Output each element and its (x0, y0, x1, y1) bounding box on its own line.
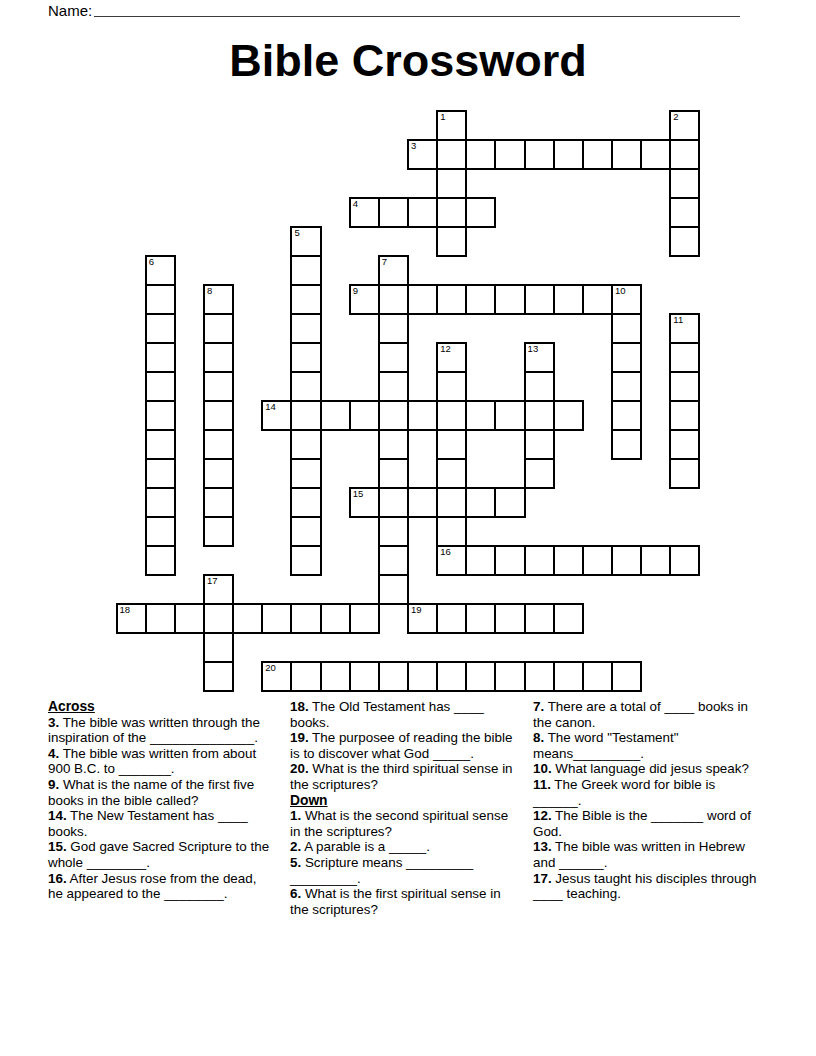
cell-r15c16[interactable] (582, 545, 613, 576)
cell-r15c11[interactable]: 16 (436, 545, 467, 576)
cell-r8c14[interactable]: 13 (524, 342, 555, 373)
cell-r8c17[interactable] (611, 342, 642, 373)
clue-column-1: Across3. The bible was written through t… (48, 699, 274, 902)
cell-r17c8[interactable] (349, 603, 380, 634)
cell-r12c14[interactable] (524, 458, 555, 489)
clue-number-10: 10 (615, 285, 626, 296)
cell-r13c6[interactable] (290, 487, 321, 518)
clue-11-down: 11. The Greek word for bible is ______. (533, 777, 767, 808)
cell-r10c10[interactable] (407, 400, 438, 431)
cell-r17c5[interactable] (261, 603, 292, 634)
cell-r13c9[interactable] (378, 487, 409, 518)
clue-number-9: 9 (353, 285, 358, 296)
cell-r12c11[interactable] (436, 458, 467, 489)
cell-r19c8[interactable] (349, 661, 380, 692)
clue-15-across: 15. God gave Sacred Scripture to the who… (48, 839, 274, 870)
cell-r3c10[interactable] (407, 197, 438, 228)
cell-r4c11[interactable] (436, 226, 467, 257)
cell-r1c13[interactable] (494, 139, 525, 170)
cell-r15c15[interactable] (553, 545, 584, 576)
cell-r17c7[interactable] (320, 603, 351, 634)
cell-r11c11[interactable] (436, 429, 467, 460)
cell-r6c9[interactable] (378, 284, 409, 315)
cell-r3c9[interactable] (378, 197, 409, 228)
cell-r11c9[interactable] (378, 429, 409, 460)
cell-r13c11[interactable] (436, 487, 467, 518)
cell-r17c3[interactable] (203, 603, 234, 634)
cell-r17c15[interactable] (553, 603, 584, 634)
clue-10-down: 10. What language did jesus speak? (533, 761, 767, 777)
cell-r9c11[interactable] (436, 371, 467, 402)
cell-r4c6[interactable]: 5 (290, 226, 321, 257)
cell-r10c7[interactable] (320, 400, 351, 431)
cell-r19c10[interactable] (407, 661, 438, 692)
across-header: Across (48, 699, 274, 715)
clue-14-across: 14. The New Testament has ____ books. (48, 808, 274, 839)
cell-r17c14[interactable] (524, 603, 555, 634)
cell-r0c11[interactable]: 1 (436, 110, 467, 141)
cell-r6c6[interactable] (290, 284, 321, 315)
cell-r12c3[interactable] (203, 458, 234, 489)
clue-number-7: 7 (382, 256, 387, 267)
cell-r19c16[interactable] (582, 661, 613, 692)
clue-number-13: 13 (528, 343, 539, 354)
cell-r19c3[interactable] (203, 661, 234, 692)
cell-r1c10[interactable]: 3 (407, 139, 438, 170)
cell-r10c8[interactable] (349, 400, 380, 431)
crossword-grid: 1234567891011121314151617181920 (0, 0, 816, 700)
clue-number-11: 11 (673, 314, 683, 325)
clue-number-2: 2 (673, 111, 678, 122)
cell-r7c19[interactable]: 11 (669, 313, 700, 344)
cell-r10c15[interactable] (553, 400, 584, 431)
cell-r6c14[interactable] (524, 284, 555, 315)
cell-r6c11[interactable] (436, 284, 467, 315)
cell-r10c14[interactable] (524, 400, 555, 431)
cell-r17c0[interactable]: 18 (116, 603, 147, 634)
clue-5-down: 5. Scripture means _________ _________. (290, 855, 516, 886)
cell-r1c14[interactable] (524, 139, 555, 170)
cell-r2c11[interactable] (436, 168, 467, 199)
clue-19-across: 19. The purposee of reading the bible is… (290, 730, 516, 761)
cell-r12c1[interactable] (145, 458, 176, 489)
clue-8-down: 8. The word "Testament" means_________. (533, 730, 767, 761)
cell-r17c2[interactable] (174, 603, 205, 634)
clue-1-down: 1. What is the second spiritual sense in… (290, 808, 516, 839)
cell-r8c6[interactable] (290, 342, 321, 373)
cell-r8c3[interactable] (203, 342, 234, 373)
cell-r15c18[interactable] (640, 545, 671, 576)
cell-r7c17[interactable] (611, 313, 642, 344)
cell-r17c1[interactable] (145, 603, 176, 634)
cell-r16c3[interactable]: 17 (203, 574, 234, 605)
cell-r12c9[interactable] (378, 458, 409, 489)
cell-r7c9[interactable] (378, 313, 409, 344)
cell-r7c3[interactable] (203, 313, 234, 344)
worksheet-page: Name: Bible Crossword 123456789101112131… (0, 0, 816, 1056)
cell-r10c13[interactable] (494, 400, 525, 431)
cell-r10c12[interactable] (465, 400, 496, 431)
cell-r19c6[interactable] (290, 661, 321, 692)
cell-r14c6[interactable] (290, 516, 321, 547)
cell-r13c8[interactable]: 15 (349, 487, 380, 518)
cell-r15c13[interactable] (494, 545, 525, 576)
cell-r19c13[interactable] (494, 661, 525, 692)
cell-r13c12[interactable] (465, 487, 496, 518)
cell-r14c3[interactable] (203, 516, 234, 547)
cell-r1c11[interactable] (436, 139, 467, 170)
cell-r10c6[interactable] (290, 400, 321, 431)
cell-r1c15[interactable] (553, 139, 584, 170)
down-header: Down (290, 793, 516, 809)
cell-r8c1[interactable] (145, 342, 176, 373)
cell-r6c12[interactable] (465, 284, 496, 315)
clue-9-across: 9. What is the name of the first five bo… (48, 777, 274, 808)
clue-17-down: 17. Jesus taught his disciples through _… (533, 871, 767, 902)
cell-r17c4[interactable] (232, 603, 263, 634)
cell-r6c8[interactable]: 9 (349, 284, 380, 315)
cell-r14c11[interactable] (436, 516, 467, 547)
cell-r9c1[interactable] (145, 371, 176, 402)
cell-r6c13[interactable] (494, 284, 525, 315)
cell-r15c19[interactable] (669, 545, 700, 576)
cell-r11c3[interactable] (203, 429, 234, 460)
cell-r10c5[interactable]: 14 (261, 400, 292, 431)
cell-r15c17[interactable] (611, 545, 642, 576)
cell-r14c9[interactable] (378, 516, 409, 547)
cell-r6c16[interactable] (582, 284, 613, 315)
cell-r2c19[interactable] (669, 168, 700, 199)
cell-r4c19[interactable] (669, 226, 700, 257)
cell-r15c1[interactable] (145, 545, 176, 576)
cell-r19c9[interactable] (378, 661, 409, 692)
cell-r10c3[interactable] (203, 400, 234, 431)
clue-number-19: 19 (411, 604, 422, 615)
cell-r19c14[interactable] (524, 661, 555, 692)
cell-r1c19[interactable] (669, 139, 700, 170)
cell-r17c6[interactable] (290, 603, 321, 634)
clue-2-down: 2. A parable is a _____. (290, 839, 516, 855)
clue-number-14: 14 (265, 401, 276, 412)
cell-r11c6[interactable] (290, 429, 321, 460)
clue-number-8: 8 (207, 285, 212, 296)
cell-r3c19[interactable] (669, 197, 700, 228)
cell-r11c14[interactable] (524, 429, 555, 460)
clue-number-15: 15 (353, 488, 364, 499)
cell-r3c8[interactable]: 4 (349, 197, 380, 228)
cell-r5c9[interactable]: 7 (378, 255, 409, 286)
cell-r18c3[interactable] (203, 632, 234, 663)
cell-r9c9[interactable] (378, 371, 409, 402)
cell-r9c3[interactable] (203, 371, 234, 402)
cell-r17c13[interactable] (494, 603, 525, 634)
clue-number-12: 12 (440, 343, 451, 354)
clue-number-1: 1 (440, 111, 445, 122)
clue-number-4: 4 (353, 198, 358, 209)
clue-20-across: 20. What is the third spiritual sense in… (290, 761, 516, 792)
cell-r13c10[interactable] (407, 487, 438, 518)
clue-18-across: 18. The Old Testament has ____ books. (290, 699, 516, 730)
cell-r19c7[interactable] (320, 661, 351, 692)
cell-r13c13[interactable] (494, 487, 525, 518)
cell-r16c9[interactable] (378, 574, 409, 605)
cell-r3c12[interactable] (465, 197, 496, 228)
clue-number-3: 3 (411, 140, 416, 151)
cell-r8c11[interactable]: 12 (436, 342, 467, 373)
cell-r11c17[interactable] (611, 429, 642, 460)
clue-column-3: 7. There are a total of ____ books in th… (533, 699, 767, 902)
cell-r17c10[interactable]: 19 (407, 603, 438, 634)
clue-number-5: 5 (294, 227, 299, 238)
clue-13-down: 13. The bible was written in Hebrew and … (533, 839, 767, 870)
cell-r6c10[interactable] (407, 284, 438, 315)
clue-number-18: 18 (120, 604, 131, 615)
cell-r15c12[interactable] (465, 545, 496, 576)
cell-r11c19[interactable] (669, 429, 700, 460)
clue-12-down: 12. The Bible is the _______ word of God… (533, 808, 767, 839)
cell-r6c1[interactable] (145, 284, 176, 315)
cell-r10c9[interactable] (378, 400, 409, 431)
clue-number-17: 17 (207, 575, 218, 586)
cell-r6c15[interactable] (553, 284, 584, 315)
cell-r1c17[interactable] (611, 139, 642, 170)
cell-r12c19[interactable] (669, 458, 700, 489)
cell-r5c6[interactable] (290, 255, 321, 286)
clue-3-across: 3. The bible was written through the ins… (48, 715, 274, 746)
cell-r1c12[interactable] (465, 139, 496, 170)
cell-r7c1[interactable] (145, 313, 176, 344)
clue-4-across: 4. The bible was written from about 900 … (48, 746, 274, 777)
cell-r17c12[interactable] (465, 603, 496, 634)
cell-r3c11[interactable] (436, 197, 467, 228)
cell-r1c16[interactable] (582, 139, 613, 170)
cell-r9c19[interactable] (669, 371, 700, 402)
cell-r9c6[interactable] (290, 371, 321, 402)
cell-r7c6[interactable] (290, 313, 321, 344)
cell-r19c12[interactable] (465, 661, 496, 692)
cell-r8c9[interactable] (378, 342, 409, 373)
clue-number-20: 20 (265, 662, 276, 673)
cell-r1c18[interactable] (640, 139, 671, 170)
cell-r10c19[interactable] (669, 400, 700, 431)
cell-r19c15[interactable] (553, 661, 584, 692)
cell-r15c6[interactable] (290, 545, 321, 576)
cell-r10c17[interactable] (611, 400, 642, 431)
cell-r9c17[interactable] (611, 371, 642, 402)
cell-r6c3[interactable]: 8 (203, 284, 234, 315)
cell-r6c17[interactable]: 10 (611, 284, 642, 315)
clue-16-across: 16. After Jesus rose from the dead, he a… (48, 871, 274, 902)
cell-r19c17[interactable] (611, 661, 642, 692)
cell-r12c6[interactable] (290, 458, 321, 489)
cell-r15c14[interactable] (524, 545, 555, 576)
cell-r15c9[interactable] (378, 545, 409, 576)
cell-r9c14[interactable] (524, 371, 555, 402)
clue-number-16: 16 (440, 546, 451, 557)
clue-column-2: 18. The Old Testament has ____ books.19.… (290, 699, 516, 917)
cell-r14c1[interactable] (145, 516, 176, 547)
clue-6-down: 6. What is the first spiritual sense in … (290, 886, 516, 917)
cell-r5c1[interactable]: 6 (145, 255, 176, 286)
cell-r8c19[interactable] (669, 342, 700, 373)
clue-number-6: 6 (149, 256, 154, 267)
cell-r19c5[interactable]: 20 (261, 661, 292, 692)
cell-r13c3[interactable] (203, 487, 234, 518)
clue-7-down: 7. There are a total of ____ books in th… (533, 699, 767, 730)
cell-r0c19[interactable]: 2 (669, 110, 700, 141)
cell-r13c1[interactable] (145, 487, 176, 518)
cell-r10c1[interactable] (145, 400, 176, 431)
cell-r19c11[interactable] (436, 661, 467, 692)
cell-r10c11[interactable] (436, 400, 467, 431)
cell-r11c1[interactable] (145, 429, 176, 460)
cell-r17c11[interactable] (436, 603, 467, 634)
